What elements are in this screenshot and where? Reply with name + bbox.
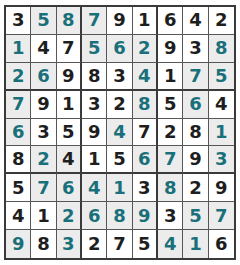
cell-r4c6[interactable]: 8 xyxy=(133,91,158,119)
cell-r1c1[interactable]: 3 xyxy=(6,7,31,35)
cell-r4c5[interactable]: 2 xyxy=(107,91,132,119)
cell-r8c2[interactable]: 1 xyxy=(31,202,56,230)
cell-r9c8[interactable]: 1 xyxy=(183,230,208,258)
cell-r5c2[interactable]: 3 xyxy=(31,119,56,147)
cell-r7c2[interactable]: 7 xyxy=(31,174,56,202)
cell-r9c2[interactable]: 8 xyxy=(31,230,56,258)
cell-r5c1[interactable]: 6 xyxy=(6,119,31,147)
cell-r1c8[interactable]: 4 xyxy=(183,7,208,35)
cell-r9c7[interactable]: 4 xyxy=(158,230,183,258)
cell-r2c7[interactable]: 9 xyxy=(158,35,183,63)
cell-r1c9[interactable]: 2 xyxy=(209,7,234,35)
cell-r9c5[interactable]: 7 xyxy=(107,230,132,258)
cell-r3c6[interactable]: 4 xyxy=(133,63,158,91)
cell-r5c7[interactable]: 2 xyxy=(158,119,183,147)
cell-r9c6[interactable]: 5 xyxy=(133,230,158,258)
cell-r4c8[interactable]: 6 xyxy=(183,91,208,119)
cell-r8c5[interactable]: 8 xyxy=(107,202,132,230)
cell-r7c4[interactable]: 4 xyxy=(82,174,107,202)
cell-r2c4[interactable]: 5 xyxy=(82,35,107,63)
cell-r1c5[interactable]: 9 xyxy=(107,7,132,35)
cell-r3c8[interactable]: 7 xyxy=(183,63,208,91)
cell-r3c5[interactable]: 3 xyxy=(107,63,132,91)
cell-r8c9[interactable]: 7 xyxy=(209,202,234,230)
cell-r6c4[interactable]: 1 xyxy=(82,146,107,174)
cell-r7c9[interactable]: 9 xyxy=(209,174,234,202)
cell-r4c9[interactable]: 4 xyxy=(209,91,234,119)
cell-r6c6[interactable]: 6 xyxy=(133,146,158,174)
sudoku-app: 3587916421475629382698341757913285646359… xyxy=(0,0,240,265)
cell-r7c5[interactable]: 1 xyxy=(107,174,132,202)
cell-r8c6[interactable]: 9 xyxy=(133,202,158,230)
cell-r2c8[interactable]: 3 xyxy=(183,35,208,63)
cell-r6c5[interactable]: 5 xyxy=(107,146,132,174)
cell-r1c2[interactable]: 5 xyxy=(31,7,56,35)
cell-r5c6[interactable]: 7 xyxy=(133,119,158,147)
cell-r7c8[interactable]: 2 xyxy=(183,174,208,202)
cell-r2c2[interactable]: 4 xyxy=(31,35,56,63)
cell-r4c7[interactable]: 5 xyxy=(158,91,183,119)
cell-r2c6[interactable]: 2 xyxy=(133,35,158,63)
cell-r1c3[interactable]: 8 xyxy=(57,7,82,35)
cell-r4c2[interactable]: 9 xyxy=(31,91,56,119)
cell-r3c3[interactable]: 9 xyxy=(57,63,82,91)
cell-r1c7[interactable]: 6 xyxy=(158,7,183,35)
cell-r7c1[interactable]: 5 xyxy=(6,174,31,202)
cell-r7c6[interactable]: 3 xyxy=(133,174,158,202)
cell-r6c3[interactable]: 4 xyxy=(57,146,82,174)
cell-r8c7[interactable]: 3 xyxy=(158,202,183,230)
cell-r5c9[interactable]: 1 xyxy=(209,119,234,147)
cell-r6c1[interactable]: 8 xyxy=(6,146,31,174)
cell-r4c4[interactable]: 3 xyxy=(82,91,107,119)
cell-r6c2[interactable]: 2 xyxy=(31,146,56,174)
cell-r3c1[interactable]: 2 xyxy=(6,63,31,91)
cell-r9c9[interactable]: 6 xyxy=(209,230,234,258)
cell-r2c5[interactable]: 6 xyxy=(107,35,132,63)
cell-r4c3[interactable]: 1 xyxy=(57,91,82,119)
cell-r2c9[interactable]: 8 xyxy=(209,35,234,63)
cell-r5c3[interactable]: 5 xyxy=(57,119,82,147)
cell-r6c7[interactable]: 7 xyxy=(158,146,183,174)
cell-r3c4[interactable]: 8 xyxy=(82,63,107,91)
cell-r3c2[interactable]: 6 xyxy=(31,63,56,91)
cell-r9c1[interactable]: 9 xyxy=(6,230,31,258)
cell-r2c1[interactable]: 1 xyxy=(6,35,31,63)
cell-r7c3[interactable]: 6 xyxy=(57,174,82,202)
cell-r7c7[interactable]: 8 xyxy=(158,174,183,202)
cell-r4c1[interactable]: 7 xyxy=(6,91,31,119)
cell-r2c3[interactable]: 7 xyxy=(57,35,82,63)
cell-r6c9[interactable]: 3 xyxy=(209,146,234,174)
sudoku-board: 3587916421475629382698341757913285646359… xyxy=(4,5,236,260)
cell-r9c4[interactable]: 2 xyxy=(82,230,107,258)
cell-r5c4[interactable]: 9 xyxy=(82,119,107,147)
cell-r1c4[interactable]: 7 xyxy=(82,7,107,35)
cell-r6c8[interactable]: 9 xyxy=(183,146,208,174)
cell-r8c3[interactable]: 2 xyxy=(57,202,82,230)
cell-r3c9[interactable]: 5 xyxy=(209,63,234,91)
cell-r8c4[interactable]: 6 xyxy=(82,202,107,230)
cell-r9c3[interactable]: 3 xyxy=(57,230,82,258)
cell-r5c5[interactable]: 4 xyxy=(107,119,132,147)
cell-r8c8[interactable]: 5 xyxy=(183,202,208,230)
cell-r1c6[interactable]: 1 xyxy=(133,7,158,35)
cell-r8c1[interactable]: 4 xyxy=(6,202,31,230)
cell-r3c7[interactable]: 1 xyxy=(158,63,183,91)
cell-r5c8[interactable]: 8 xyxy=(183,119,208,147)
